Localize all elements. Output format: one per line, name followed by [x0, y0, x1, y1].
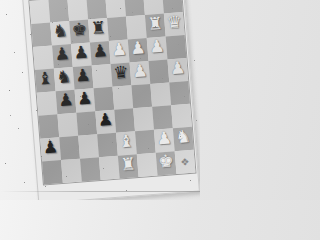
square-a1: [42, 160, 63, 184]
white-pawn-piece: ♟: [132, 62, 149, 80]
square-a7: [31, 23, 52, 47]
square-g5: [149, 59, 170, 83]
white-pawn-piece: ♟: [149, 38, 166, 56]
chess-photo: { "game": "chess", "scene": "grayscale o…: [0, 0, 200, 200]
square-e2: ♝: [116, 131, 137, 155]
square-h6: [166, 35, 187, 59]
black-bishop-piece: ♝: [37, 70, 54, 88]
square-e5: ♛: [111, 62, 132, 86]
board-maker-logo-icon: ❖: [180, 157, 190, 168]
square-a8: [29, 0, 50, 24]
square-c5: ♟: [73, 65, 94, 89]
square-h2: ♞: [173, 127, 194, 151]
square-f8: [124, 0, 145, 17]
chess-board: ♞♚♜♜♛♟♟♟♟♟♟♝♞♟♛♟♟♟♟♟♟♝♟♞♜♚❖: [28, 0, 196, 186]
square-g3: [152, 105, 173, 129]
black-rook-piece: ♜: [90, 19, 107, 37]
white-pawn-piece: ♟: [169, 59, 186, 77]
square-f4: [131, 84, 152, 108]
square-b5: ♞: [54, 67, 75, 91]
square-a6: [33, 45, 54, 69]
square-g2: ♟: [154, 128, 175, 152]
square-c3: [76, 111, 97, 135]
square-f7: [126, 15, 147, 39]
white-rook-piece: ♜: [120, 155, 137, 173]
square-c7: ♚: [69, 20, 90, 44]
square-b2: [59, 136, 80, 160]
black-pawn-piece: ♟: [77, 89, 94, 107]
square-b6: ♟: [52, 44, 73, 68]
square-a4: [37, 91, 58, 115]
square-e6: ♟: [109, 40, 130, 64]
black-pawn-piece: ♟: [92, 42, 109, 60]
square-b7: ♞: [50, 21, 71, 45]
square-g4: [150, 82, 171, 106]
white-bishop-piece: ♝: [118, 132, 135, 150]
white-pawn-piece: ♟: [156, 129, 173, 147]
white-rook-piece: ♜: [147, 15, 164, 33]
square-h1: ❖: [175, 150, 196, 174]
photo-noise-speckles: [0, 0, 1, 1]
square-d5: [92, 64, 113, 88]
square-a3: [38, 114, 59, 138]
square-c4: ♟: [75, 88, 96, 112]
white-knight-piece: ♞: [175, 128, 192, 146]
chess-board-frame: ♞♚♜♜♛♟♟♟♟♟♟♝♞♟♛♟♟♟♟♟♟♝♟♞♜♚❖: [22, 0, 200, 200]
square-f6: ♟: [128, 38, 149, 62]
black-pawn-piece: ♟: [58, 91, 75, 109]
square-a5: ♝: [35, 68, 56, 92]
square-f1: [137, 153, 158, 177]
square-b8: [48, 0, 69, 23]
square-d6: ♟: [90, 41, 111, 65]
square-a2: ♟: [40, 137, 61, 161]
square-e7: [107, 17, 128, 41]
square-f3: [133, 107, 154, 131]
black-pawn-piece: ♟: [73, 44, 90, 62]
black-knight-piece: ♞: [52, 22, 69, 40]
square-h3: [171, 104, 192, 128]
black-king-piece: ♚: [71, 21, 88, 39]
black-pawn-piece: ♟: [97, 111, 114, 129]
square-d1: [99, 156, 120, 180]
square-d2: [97, 133, 118, 157]
table-edge-line: [0, 191, 200, 192]
square-b1: [61, 159, 82, 183]
black-pawn-piece: ♟: [75, 67, 92, 85]
square-h5: ♟: [167, 58, 188, 82]
black-queen-piece: ♛: [113, 64, 130, 82]
square-e8: [105, 0, 126, 18]
square-e1: ♜: [118, 154, 139, 178]
square-d7: ♜: [88, 18, 109, 42]
square-h7: ♛: [164, 12, 185, 36]
square-e3: [114, 108, 135, 132]
square-g6: ♟: [147, 37, 168, 61]
square-d4: [94, 87, 115, 111]
white-king-piece: ♚: [158, 152, 175, 170]
square-c6: ♟: [71, 42, 92, 66]
square-f5: ♟: [130, 61, 151, 85]
square-g7: ♜: [145, 14, 166, 38]
square-e4: [112, 85, 133, 109]
black-knight-piece: ♞: [56, 68, 73, 86]
white-pawn-piece: ♟: [111, 41, 128, 59]
square-c2: [78, 134, 99, 158]
square-f2: [135, 130, 156, 154]
white-queen-piece: ♛: [166, 13, 183, 31]
black-pawn-piece: ♟: [42, 138, 59, 156]
square-c1: [80, 157, 101, 181]
square-b3: [57, 113, 78, 137]
square-b4: ♟: [56, 90, 77, 114]
square-h4: [169, 81, 190, 105]
square-g1: ♚: [156, 151, 177, 175]
black-pawn-piece: ♟: [54, 45, 71, 63]
white-pawn-piece: ♟: [130, 39, 147, 57]
square-d3: ♟: [95, 110, 116, 134]
